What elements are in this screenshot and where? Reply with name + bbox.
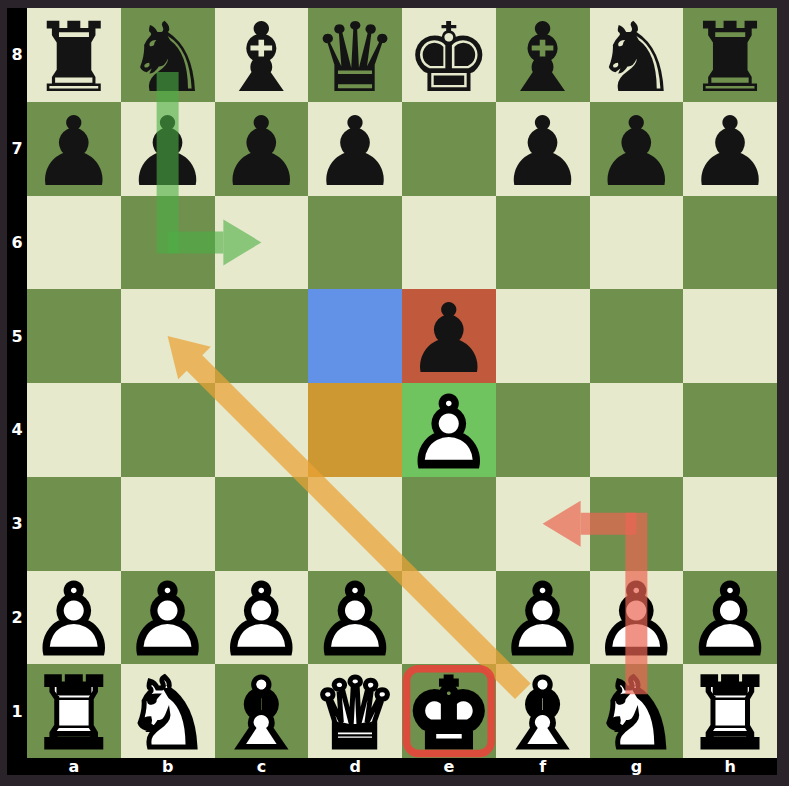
file-label-d: d bbox=[308, 758, 402, 775]
piece-white-pawn-c2[interactable]: ♟♙ bbox=[215, 571, 309, 665]
piece-black-pawn-d7[interactable]: ♟ bbox=[308, 102, 402, 196]
piece-glyph: ♞ bbox=[590, 11, 684, 105]
piece-glyph: ♕ bbox=[308, 667, 402, 761]
rank-label-8: 8 bbox=[7, 8, 27, 102]
square-h3[interactable] bbox=[683, 477, 777, 571]
piece-black-rook-h8[interactable]: ♜ bbox=[683, 8, 777, 102]
square-f5[interactable] bbox=[496, 289, 590, 383]
square-a4[interactable] bbox=[27, 383, 121, 477]
rank-label-4: 4 bbox=[7, 383, 27, 477]
piece-white-pawn-b2[interactable]: ♟♙ bbox=[121, 571, 215, 665]
piece-glyph: ♙ bbox=[402, 386, 496, 480]
square-b4[interactable] bbox=[121, 383, 215, 477]
piece-black-knight-b8[interactable]: ♞ bbox=[121, 8, 215, 102]
square-d8[interactable]: ♛ bbox=[308, 8, 402, 102]
square-h6[interactable] bbox=[683, 196, 777, 290]
square-e8[interactable]: ♚ bbox=[402, 8, 496, 102]
file-label-g: g bbox=[590, 758, 684, 775]
piece-glyph: ♙ bbox=[27, 574, 121, 668]
square-d3[interactable] bbox=[308, 477, 402, 571]
chess-board[interactable]: ♜♞♝♛♚♝♞♜♟♟♟♟♟♟♟♟♟♙♟♙♟♙♟♙♟♙♟♙♟♙♟♙♜♖♞♘♝♗♛♕… bbox=[27, 8, 777, 758]
piece-glyph: ♟ bbox=[496, 105, 590, 199]
file-label-h: h bbox=[683, 758, 777, 775]
piece-glyph: ♙ bbox=[308, 574, 402, 668]
square-g2[interactable]: ♟♙ bbox=[590, 571, 684, 665]
piece-black-bishop-c8[interactable]: ♝ bbox=[215, 8, 309, 102]
piece-glyph: ♜ bbox=[683, 11, 777, 105]
piece-white-rook-h1[interactable]: ♜♖ bbox=[683, 664, 777, 758]
square-f4[interactable] bbox=[496, 383, 590, 477]
piece-glyph: ♟ bbox=[121, 105, 215, 199]
piece-glyph: ♟ bbox=[27, 105, 121, 199]
piece-glyph: ♘ bbox=[590, 667, 684, 761]
square-a5[interactable] bbox=[27, 289, 121, 383]
square-h1[interactable]: ♜♖ bbox=[683, 664, 777, 758]
square-f7[interactable]: ♟ bbox=[496, 102, 590, 196]
square-h8[interactable]: ♜ bbox=[683, 8, 777, 102]
piece-glyph: ♟ bbox=[590, 105, 684, 199]
square-f1[interactable]: ♝♗ bbox=[496, 664, 590, 758]
piece-white-pawn-a2[interactable]: ♟♙ bbox=[27, 571, 121, 665]
piece-white-pawn-d2[interactable]: ♟♙ bbox=[308, 571, 402, 665]
square-f6[interactable] bbox=[496, 196, 590, 290]
square-c4[interactable] bbox=[215, 383, 309, 477]
square-b6[interactable] bbox=[121, 196, 215, 290]
square-h2[interactable]: ♟♙ bbox=[683, 571, 777, 665]
rank-label-7: 7 bbox=[7, 102, 27, 196]
square-c5[interactable] bbox=[215, 289, 309, 383]
piece-glyph: ♟ bbox=[215, 105, 309, 199]
piece-glyph: ♗ bbox=[496, 667, 590, 761]
square-d2[interactable]: ♟♙ bbox=[308, 571, 402, 665]
square-c3[interactable] bbox=[215, 477, 309, 571]
piece-white-bishop-f1[interactable]: ♝♗ bbox=[496, 664, 590, 758]
square-d6[interactable] bbox=[308, 196, 402, 290]
square-e4[interactable]: ♟♙ bbox=[402, 383, 496, 477]
square-e2[interactable] bbox=[402, 571, 496, 665]
piece-glyph: ♝ bbox=[215, 11, 309, 105]
square-c6[interactable] bbox=[215, 196, 309, 290]
piece-white-pawn-h2[interactable]: ♟♙ bbox=[683, 571, 777, 665]
file-label-c: c bbox=[215, 758, 309, 775]
square-a7[interactable]: ♟ bbox=[27, 102, 121, 196]
piece-white-queen-d1[interactable]: ♛♕ bbox=[308, 664, 402, 758]
square-f8[interactable]: ♝ bbox=[496, 8, 590, 102]
square-g1[interactable]: ♞♘ bbox=[590, 664, 684, 758]
square-a1[interactable]: ♜♖ bbox=[27, 664, 121, 758]
file-label-b: b bbox=[121, 758, 215, 775]
piece-white-pawn-f2[interactable]: ♟♙ bbox=[496, 571, 590, 665]
piece-glyph: ♟ bbox=[683, 105, 777, 199]
piece-white-bishop-c1[interactable]: ♝♗ bbox=[215, 664, 309, 758]
piece-glyph: ♟ bbox=[308, 105, 402, 199]
rank-label-1: 1 bbox=[7, 664, 27, 758]
piece-glyph: ♗ bbox=[215, 667, 309, 761]
piece-glyph: ♚ bbox=[402, 11, 496, 105]
square-f3[interactable] bbox=[496, 477, 590, 571]
square-d1[interactable]: ♛♕ bbox=[308, 664, 402, 758]
piece-black-knight-g8[interactable]: ♞ bbox=[590, 8, 684, 102]
piece-black-pawn-c7[interactable]: ♟ bbox=[215, 102, 309, 196]
piece-glyph: ♙ bbox=[590, 574, 684, 668]
piece-black-queen-d8[interactable]: ♛ bbox=[308, 8, 402, 102]
square-g7[interactable]: ♟ bbox=[590, 102, 684, 196]
square-h5[interactable] bbox=[683, 289, 777, 383]
piece-glyph: ♙ bbox=[683, 574, 777, 668]
piece-glyph: ♛ bbox=[308, 11, 402, 105]
piece-white-rook-a1[interactable]: ♜♖ bbox=[27, 664, 121, 758]
square-e6[interactable] bbox=[402, 196, 496, 290]
square-c7[interactable]: ♟ bbox=[215, 102, 309, 196]
piece-glyph: ♖ bbox=[683, 667, 777, 761]
square-b2[interactable]: ♟♙ bbox=[121, 571, 215, 665]
piece-black-king-e8[interactable]: ♚ bbox=[402, 8, 496, 102]
square-a8[interactable]: ♜ bbox=[27, 8, 121, 102]
square-d7[interactable]: ♟ bbox=[308, 102, 402, 196]
piece-glyph: ♘ bbox=[121, 667, 215, 761]
piece-white-king-e1[interactable]: ♚♔ bbox=[402, 664, 496, 758]
square-c2[interactable]: ♟♙ bbox=[215, 571, 309, 665]
square-g8[interactable]: ♞ bbox=[590, 8, 684, 102]
square-b3[interactable] bbox=[121, 477, 215, 571]
piece-white-pawn-e4[interactable]: ♟♙ bbox=[402, 383, 496, 477]
rank-label-5: 5 bbox=[7, 289, 27, 383]
square-d5[interactable] bbox=[308, 289, 402, 383]
piece-black-pawn-b7[interactable]: ♟ bbox=[121, 102, 215, 196]
file-label-a: a bbox=[27, 758, 121, 775]
piece-white-knight-g1[interactable]: ♞♘ bbox=[590, 664, 684, 758]
piece-black-pawn-e5[interactable]: ♟ bbox=[402, 289, 496, 383]
square-g6[interactable] bbox=[590, 196, 684, 290]
piece-black-pawn-g7[interactable]: ♟ bbox=[590, 102, 684, 196]
square-b5[interactable] bbox=[121, 289, 215, 383]
square-b1[interactable]: ♞♘ bbox=[121, 664, 215, 758]
piece-white-pawn-g2[interactable]: ♟♙ bbox=[590, 571, 684, 665]
piece-glyph: ♙ bbox=[496, 574, 590, 668]
piece-black-pawn-f7[interactable]: ♟ bbox=[496, 102, 590, 196]
piece-black-pawn-a7[interactable]: ♟ bbox=[27, 102, 121, 196]
square-h4[interactable] bbox=[683, 383, 777, 477]
square-a2[interactable]: ♟♙ bbox=[27, 571, 121, 665]
square-d4[interactable] bbox=[308, 383, 402, 477]
square-e7[interactable] bbox=[402, 102, 496, 196]
square-a3[interactable] bbox=[27, 477, 121, 571]
square-g4[interactable] bbox=[590, 383, 684, 477]
square-e5[interactable]: ♟ bbox=[402, 289, 496, 383]
file-label-f: f bbox=[496, 758, 590, 775]
piece-glyph: ♟ bbox=[402, 292, 496, 386]
square-c8[interactable]: ♝ bbox=[215, 8, 309, 102]
board-frame: ♜♞♝♛♚♝♞♜♟♟♟♟♟♟♟♟♟♙♟♙♟♙♟♙♟♙♟♙♟♙♟♙♜♖♞♘♝♗♛♕… bbox=[7, 8, 777, 775]
square-a6[interactable] bbox=[27, 196, 121, 290]
square-b8[interactable]: ♞ bbox=[121, 8, 215, 102]
piece-glyph: ♔ bbox=[402, 667, 496, 761]
square-h7[interactable]: ♟ bbox=[683, 102, 777, 196]
piece-glyph: ♞ bbox=[121, 11, 215, 105]
piece-black-pawn-h7[interactable]: ♟ bbox=[683, 102, 777, 196]
square-g3[interactable] bbox=[590, 477, 684, 571]
rank-label-6: 6 bbox=[7, 196, 27, 290]
piece-glyph: ♙ bbox=[215, 574, 309, 668]
piece-black-rook-a8[interactable]: ♜ bbox=[27, 8, 121, 102]
file-label-e: e bbox=[402, 758, 496, 775]
square-c1[interactable]: ♝♗ bbox=[215, 664, 309, 758]
piece-white-knight-b1[interactable]: ♞♘ bbox=[121, 664, 215, 758]
piece-black-bishop-f8[interactable]: ♝ bbox=[496, 8, 590, 102]
rank-label-2: 2 bbox=[7, 571, 27, 665]
piece-glyph: ♜ bbox=[27, 11, 121, 105]
piece-glyph: ♝ bbox=[496, 11, 590, 105]
square-b7[interactable]: ♟ bbox=[121, 102, 215, 196]
piece-glyph: ♖ bbox=[27, 667, 121, 761]
piece-glyph: ♙ bbox=[121, 574, 215, 668]
square-f2[interactable]: ♟♙ bbox=[496, 571, 590, 665]
square-g5[interactable] bbox=[590, 289, 684, 383]
chess-analysis-screen: ♜♞♝♛♚♝♞♜♟♟♟♟♟♟♟♟♟♙♟♙♟♙♟♙♟♙♟♙♟♙♟♙♜♖♞♘♝♗♛♕… bbox=[0, 0, 789, 786]
square-e3[interactable] bbox=[402, 477, 496, 571]
square-e1[interactable]: ♚♔ bbox=[402, 664, 496, 758]
rank-label-3: 3 bbox=[7, 477, 27, 571]
